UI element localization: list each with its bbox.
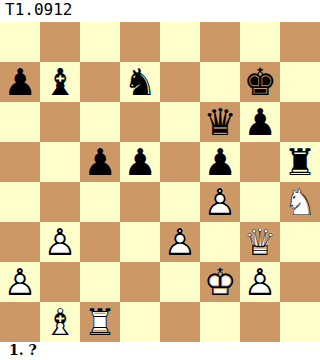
square-g1[interactable] (240, 302, 280, 342)
square-d3[interactable] (120, 222, 160, 262)
black-king-icon: ♚ (240, 62, 280, 102)
black-queen-icon: ♛ (200, 102, 240, 142)
piece-glyph: ♟ (0, 62, 40, 102)
square-d5[interactable]: ♟ (120, 142, 160, 182)
square-g8[interactable] (240, 22, 280, 62)
white-queen-icon: ♛♕ (240, 222, 280, 262)
square-c1[interactable]: ♜♖ (80, 302, 120, 342)
square-f1[interactable] (200, 302, 240, 342)
white-knight-icon: ♞♘ (280, 182, 320, 222)
white-king-icon: ♚♔ (200, 262, 240, 302)
piece-outline-layer: ♕ (240, 222, 280, 262)
move-prompt: 1. ? (0, 342, 320, 360)
piece-outline-layer: ♙ (0, 262, 40, 302)
piece-glyph: ♟ (240, 102, 280, 142)
square-f6[interactable]: ♛ (200, 102, 240, 142)
square-e2[interactable] (160, 262, 200, 302)
black-pawn-icon: ♟ (120, 142, 160, 182)
square-e5[interactable] (160, 142, 200, 182)
white-pawn-icon: ♟♙ (240, 262, 280, 302)
chess-puzzle-page: T1.0912 ♟♝♞♚♛♟♟♟♟♜♟♙♞♘♟♙♟♙♛♕♟♙♚♔♟♙♝♗♜♖ 1… (0, 0, 320, 360)
white-bishop-icon: ♝♗ (40, 302, 80, 342)
puzzle-id: T1.0912 (0, 0, 320, 22)
square-h6[interactable] (280, 102, 320, 142)
square-a7[interactable]: ♟ (0, 62, 40, 102)
piece-outline-layer: ♖ (80, 302, 120, 342)
square-b7[interactable]: ♝ (40, 62, 80, 102)
square-h1[interactable] (280, 302, 320, 342)
square-f5[interactable]: ♟ (200, 142, 240, 182)
piece-glyph: ♟ (120, 142, 160, 182)
piece-glyph: ♛ (200, 102, 240, 142)
square-b2[interactable] (40, 262, 80, 302)
square-b6[interactable] (40, 102, 80, 142)
square-f7[interactable] (200, 62, 240, 102)
square-f2[interactable]: ♚♔ (200, 262, 240, 302)
piece-glyph: ♟ (80, 142, 120, 182)
piece-outline-layer: ♙ (240, 262, 280, 302)
black-pawn-icon: ♟ (80, 142, 120, 182)
square-f3[interactable] (200, 222, 240, 262)
square-c4[interactable] (80, 182, 120, 222)
square-d8[interactable] (120, 22, 160, 62)
piece-glyph: ♝ (40, 62, 80, 102)
square-d4[interactable] (120, 182, 160, 222)
black-pawn-icon: ♟ (0, 62, 40, 102)
square-a2[interactable]: ♟♙ (0, 262, 40, 302)
square-a4[interactable] (0, 182, 40, 222)
square-d6[interactable] (120, 102, 160, 142)
piece-outline-layer: ♙ (160, 222, 200, 262)
white-rook-icon: ♜♖ (80, 302, 120, 342)
square-f8[interactable] (200, 22, 240, 62)
square-b3[interactable]: ♟♙ (40, 222, 80, 262)
piece-outline-layer: ♘ (280, 182, 320, 222)
square-b8[interactable] (40, 22, 80, 62)
piece-glyph: ♟ (200, 142, 240, 182)
square-e3[interactable]: ♟♙ (160, 222, 200, 262)
square-f4[interactable]: ♟♙ (200, 182, 240, 222)
piece-glyph: ♜ (280, 142, 320, 182)
white-pawn-icon: ♟♙ (40, 222, 80, 262)
white-pawn-icon: ♟♙ (160, 222, 200, 262)
piece-outline-layer: ♙ (40, 222, 80, 262)
square-e6[interactable] (160, 102, 200, 142)
square-b4[interactable] (40, 182, 80, 222)
square-d1[interactable] (120, 302, 160, 342)
square-a3[interactable] (0, 222, 40, 262)
black-knight-icon: ♞ (120, 62, 160, 102)
white-pawn-icon: ♟♙ (0, 262, 40, 302)
square-b5[interactable] (40, 142, 80, 182)
square-a5[interactable] (0, 142, 40, 182)
square-g3[interactable]: ♛♕ (240, 222, 280, 262)
square-e8[interactable] (160, 22, 200, 62)
piece-outline-layer: ♗ (40, 302, 80, 342)
square-g7[interactable]: ♚ (240, 62, 280, 102)
square-c6[interactable] (80, 102, 120, 142)
square-c7[interactable] (80, 62, 120, 102)
square-c5[interactable]: ♟ (80, 142, 120, 182)
square-g5[interactable] (240, 142, 280, 182)
square-h3[interactable] (280, 222, 320, 262)
square-h8[interactable] (280, 22, 320, 62)
square-b1[interactable]: ♝♗ (40, 302, 80, 342)
piece-glyph: ♞ (120, 62, 160, 102)
square-g6[interactable]: ♟ (240, 102, 280, 142)
square-h2[interactable] (280, 262, 320, 302)
square-a1[interactable] (0, 302, 40, 342)
piece-outline-layer: ♙ (200, 182, 240, 222)
square-h7[interactable] (280, 62, 320, 102)
square-h4[interactable]: ♞♘ (280, 182, 320, 222)
black-pawn-icon: ♟ (200, 142, 240, 182)
square-e1[interactable] (160, 302, 200, 342)
square-d7[interactable]: ♞ (120, 62, 160, 102)
square-h5[interactable]: ♜ (280, 142, 320, 182)
square-a6[interactable] (0, 102, 40, 142)
piece-glyph: ♚ (240, 62, 280, 102)
black-pawn-icon: ♟ (240, 102, 280, 142)
square-a8[interactable] (0, 22, 40, 62)
square-d2[interactable] (120, 262, 160, 302)
square-c8[interactable] (80, 22, 120, 62)
square-c2[interactable] (80, 262, 120, 302)
square-e7[interactable] (160, 62, 200, 102)
piece-outline-layer: ♔ (200, 262, 240, 302)
square-g4[interactable] (240, 182, 280, 222)
black-bishop-icon: ♝ (40, 62, 80, 102)
square-c3[interactable] (80, 222, 120, 262)
chess-board: ♟♝♞♚♛♟♟♟♟♜♟♙♞♘♟♙♟♙♛♕♟♙♚♔♟♙♝♗♜♖ (0, 22, 320, 342)
white-pawn-icon: ♟♙ (200, 182, 240, 222)
black-rook-icon: ♜ (280, 142, 320, 182)
square-g2[interactable]: ♟♙ (240, 262, 280, 302)
square-e4[interactable] (160, 182, 200, 222)
